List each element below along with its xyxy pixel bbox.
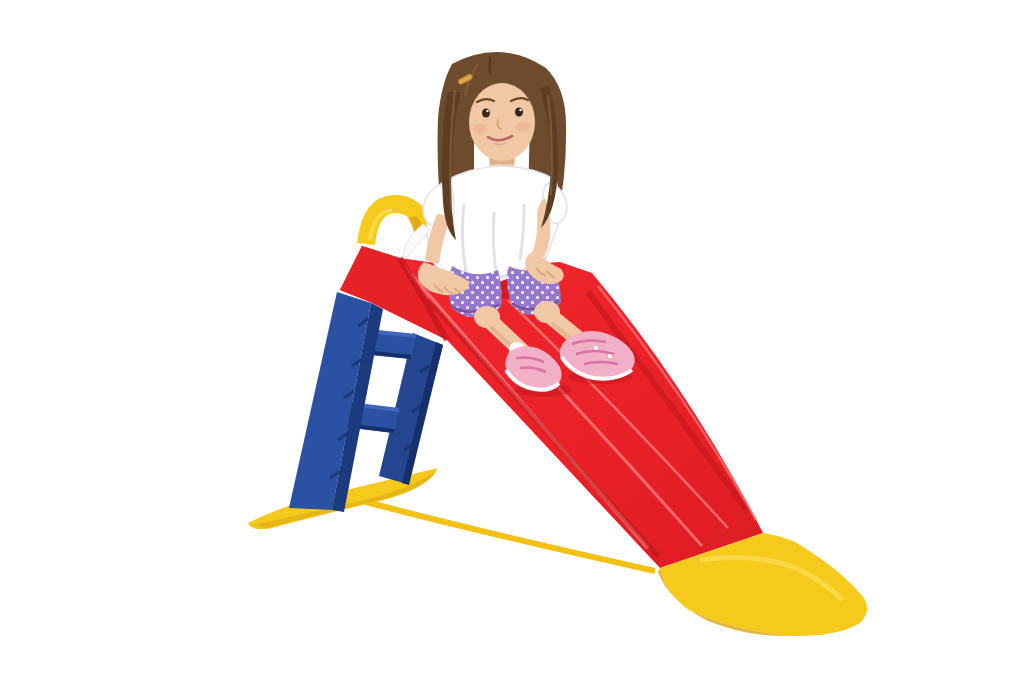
girl-face	[469, 83, 535, 161]
slide-photo	[0, 0, 1029, 684]
right-eye	[515, 107, 523, 116]
left-eye	[482, 108, 490, 117]
photo-canvas	[0, 0, 1029, 684]
left-cheek	[473, 124, 487, 134]
girl-hair-part	[490, 57, 491, 74]
right-cheek	[516, 122, 530, 132]
